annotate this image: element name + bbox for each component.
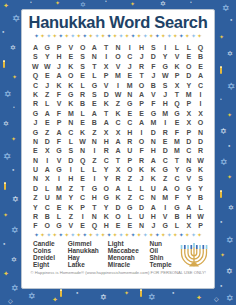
grid-cell[interactable]: R [30,99,42,108]
grid-cell[interactable]: O [41,221,53,230]
grid-cell[interactable]: N [30,174,42,183]
grid-cell[interactable]: G [171,109,183,118]
grid-cell[interactable]: H [147,146,159,155]
grid-cell[interactable]: E [77,221,89,230]
grid-cell[interactable]: W [41,62,53,71]
grid-cell[interactable]: A [183,203,195,212]
grid-cell[interactable]: L [171,221,183,230]
grid-cell[interactable]: P [136,99,148,108]
grid-cell[interactable]: B [41,212,53,221]
grid-cell[interactable]: F [147,62,159,71]
grid-cell[interactable]: W [112,90,124,99]
grid-cell[interactable]: A [112,184,124,193]
grid-cell[interactable]: F [171,128,183,137]
grid-cell[interactable]: B [171,212,183,221]
grid-cell[interactable]: G [30,109,42,118]
grid-cell[interactable]: E [77,118,89,127]
grid-cell[interactable]: C [124,118,136,127]
grid-cell[interactable]: D [183,137,195,146]
grid-cell[interactable]: Z [65,184,77,193]
grid-cell[interactable]: K [147,165,159,174]
grid-cell[interactable]: C [77,193,89,202]
grid-cell[interactable]: K [65,203,77,212]
grid-cell[interactable]: A [112,146,124,155]
grid-cell[interactable]: K [100,99,112,108]
grid-cell[interactable]: X [183,109,195,118]
grid-cell[interactable]: I [65,165,77,174]
grid-cell[interactable]: Y [159,52,171,61]
grid-cell[interactable]: Q [77,156,89,165]
grid-cell[interactable]: I [100,52,112,61]
grid-cell[interactable]: V [53,99,65,108]
grid-cell[interactable]: R [124,137,136,146]
grid-cell[interactable]: J [124,62,136,71]
grid-cell[interactable]: V [171,52,183,61]
grid-cell[interactable]: C [124,52,136,61]
grid-cell[interactable]: W [195,212,207,221]
grid-cell[interactable]: O [112,52,124,61]
grid-cell[interactable]: U [136,212,148,221]
grid-cell[interactable]: F [30,221,42,230]
grid-cell[interactable]: M [159,193,171,202]
grid-cell[interactable]: K [100,212,112,221]
grid-cell[interactable]: X [171,81,183,90]
grid-cell[interactable]: D [112,203,124,212]
grid-cell[interactable]: E [124,109,136,118]
grid-cell[interactable]: O [112,212,124,221]
grid-cell[interactable]: I [159,43,171,52]
grid-cell[interactable]: P [171,71,183,80]
grid-cell[interactable]: Z [112,99,124,108]
grid-cell[interactable]: C [112,118,124,127]
grid-cell[interactable]: I [112,81,124,90]
grid-cell[interactable]: D [100,90,112,99]
grid-cell[interactable]: S [147,43,159,52]
grid-cell[interactable]: I [195,99,207,108]
grid-cell[interactable]: C [136,193,148,202]
grid-cell[interactable]: G [147,109,159,118]
grid-cell[interactable]: L [195,203,207,212]
grid-cell[interactable]: H [159,99,171,108]
grid-cell[interactable]: B [195,193,207,202]
grid-cell[interactable]: I [41,156,53,165]
grid-cell[interactable]: V [183,174,195,183]
grid-cell[interactable]: K [171,62,183,71]
grid-cell[interactable]: R [136,156,148,165]
grid-cell[interactable]: Z [30,193,42,202]
grid-cell[interactable]: S [77,52,89,61]
grid-cell[interactable]: J [147,71,159,80]
grid-cell[interactable]: P [124,156,136,165]
grid-cell[interactable]: S [65,146,77,155]
grid-cell[interactable]: X [41,146,53,155]
grid-cell[interactable]: Z [159,174,171,183]
grid-cell[interactable]: M [183,90,195,99]
grid-cell[interactable]: J [30,118,42,127]
grid-cell[interactable]: U [147,184,159,193]
grid-cell[interactable]: E [77,174,89,183]
grid-cell[interactable]: G [53,221,65,230]
grid-cell[interactable]: H [136,43,148,52]
grid-cell[interactable]: A [195,71,207,80]
grid-cell[interactable]: D [147,52,159,61]
grid-cell[interactable]: Y [100,165,112,174]
grid-cell[interactable]: R [100,146,112,155]
grid-cell[interactable]: S [195,174,207,183]
grid-cell[interactable]: P [183,99,195,108]
grid-cell[interactable]: F [136,146,148,155]
grid-cell[interactable]: R [195,146,207,155]
grid-cell[interactable]: F [53,109,65,118]
grid-cell[interactable]: X [112,128,124,137]
grid-cell[interactable]: U [30,165,42,174]
grid-cell[interactable]: V [112,62,124,71]
grid-cell[interactable]: K [53,81,65,90]
grid-cell[interactable]: O [183,62,195,71]
grid-cell[interactable]: E [124,71,136,80]
grid-cell[interactable]: G [183,165,195,174]
grid-cell[interactable]: Q [30,71,42,80]
grid-cell[interactable]: V [53,156,65,165]
grid-cell[interactable]: G [89,81,101,90]
grid-cell[interactable]: Z [65,212,77,221]
grid-cell[interactable]: V [159,212,171,221]
grid-cell[interactable]: N [147,193,159,202]
grid-cell[interactable]: N [89,212,101,221]
grid-cell[interactable]: H [124,128,136,137]
grid-cell[interactable]: N [30,137,42,146]
grid-cell[interactable]: D [147,128,159,137]
grid-cell[interactable]: I [159,118,171,127]
grid-cell[interactable]: M [53,184,65,193]
grid-cell[interactable]: I [195,90,207,99]
grid-cell[interactable]: G [171,203,183,212]
grid-cell[interactable]: Y [171,165,183,174]
grid-cell[interactable]: H [89,193,101,202]
grid-cell[interactable]: S [30,52,42,61]
grid-cell[interactable]: O [77,43,89,52]
grid-cell[interactable]: I [77,212,89,221]
grid-cell[interactable]: A [136,118,148,127]
grid-cell[interactable]: A [89,43,101,52]
grid-cell[interactable]: T [89,62,101,71]
grid-cell[interactable]: Y [100,174,112,183]
grid-cell[interactable]: A [41,165,53,174]
grid-cell[interactable]: Q [171,99,183,108]
grid-cell[interactable]: C [41,203,53,212]
grid-cell[interactable]: V [65,221,77,230]
grid-cell[interactable]: A [53,128,65,137]
grid-cell[interactable]: G [30,128,42,137]
grid-cell[interactable]: Q [195,43,207,52]
grid-cell[interactable]: G [159,62,171,71]
grid-cell[interactable]: L [53,212,65,221]
grid-cell[interactable]: N [65,118,77,127]
grid-cell[interactable]: H [147,212,159,221]
grid-cell[interactable]: G [41,43,53,52]
grid-cell[interactable]: X [100,128,112,137]
grid-cell[interactable]: S [77,62,89,71]
grid-cell[interactable]: U [41,193,53,202]
grid-cell[interactable]: O [124,165,136,174]
grid-cell[interactable]: L [77,81,89,90]
grid-cell[interactable]: A [136,90,148,99]
grid-cell[interactable]: Z [89,128,101,137]
grid-cell[interactable]: G [89,184,101,193]
grid-cell[interactable]: A [30,43,42,52]
grid-cell[interactable]: A [112,137,124,146]
grid-cell[interactable]: L [89,71,101,80]
grid-cell[interactable]: U [124,146,136,155]
grid-cell[interactable]: M [171,146,183,155]
grid-cell[interactable]: Y [65,193,77,202]
grid-cell[interactable]: R [112,174,124,183]
grid-cell[interactable]: P [100,71,112,80]
grid-cell[interactable]: F [147,99,159,108]
grid-cell[interactable]: X [183,221,195,230]
grid-cell[interactable]: K [195,165,207,174]
grid-cell[interactable]: N [183,156,195,165]
grid-cell[interactable]: K [136,165,148,174]
grid-cell[interactable]: L [77,165,89,174]
grid-cell[interactable]: N [147,137,159,146]
grid-cell[interactable]: A [53,71,65,80]
grid-cell[interactable]: W [195,156,207,165]
grid-cell[interactable]: Z [41,128,53,137]
grid-cell[interactable]: J [147,221,159,230]
grid-cell[interactable]: L [183,43,195,52]
grid-cell[interactable]: Y [41,52,53,61]
grid-cell[interactable]: W [77,137,89,146]
grid-cell[interactable]: L [65,137,77,146]
grid-cell[interactable]: K [65,62,77,71]
grid-cell[interactable]: X [112,165,124,174]
grid-cell[interactable]: C [171,174,183,183]
grid-cell[interactable]: E [171,118,183,127]
grid-cell[interactable]: O [136,137,148,146]
grid-cell[interactable]: D [65,156,77,165]
grid-cell[interactable]: P [53,43,65,52]
grid-cell[interactable]: Z [124,174,136,183]
grid-cell[interactable]: L [124,184,136,193]
grid-cell[interactable]: B [77,99,89,108]
grid-cell[interactable]: A [159,184,171,193]
grid-cell[interactable]: Y [100,203,112,212]
grid-cell[interactable]: L [124,212,136,221]
grid-cell[interactable]: K [65,81,77,90]
grid-cell[interactable]: H [183,212,195,221]
grid-cell[interactable]: B [195,52,207,61]
grid-cell[interactable]: G [53,146,65,155]
grid-cell[interactable]: K [77,128,89,137]
grid-cell[interactable]: E [112,221,124,230]
grid-cell[interactable]: N [124,90,136,99]
grid-cell[interactable]: F [53,90,65,99]
grid-cell[interactable]: N [195,128,207,137]
grid-cell[interactable]: D [136,203,148,212]
grid-cell[interactable]: R [30,212,42,221]
grid-cell[interactable]: D [30,184,42,193]
grid-cell[interactable]: M [147,118,159,127]
grid-cell[interactable]: K [112,193,124,202]
grid-cell[interactable]: D [41,137,53,146]
grid-cell[interactable]: B [89,118,101,127]
grid-cell[interactable]: O [195,118,207,127]
grid-cell[interactable]: N [77,146,89,155]
grid-cell[interactable]: L [41,184,53,193]
grid-cell[interactable]: M [159,109,171,118]
grid-cell[interactable]: K [65,99,77,108]
grid-cell[interactable]: R [136,62,148,71]
grid-cell[interactable]: X [41,174,53,183]
grid-cell[interactable]: K [30,90,42,99]
grid-cell[interactable]: X [195,109,207,118]
grid-cell[interactable]: F [53,137,65,146]
grid-cell[interactable]: E [65,52,77,61]
word-search-grid[interactable]: AGPVOATNIHSILLQSYHESNIOCJDYVEBWWJKSTXVJR… [30,43,207,231]
grid-cell[interactable]: T [171,90,183,99]
grid-cell[interactable]: L [171,43,183,52]
grid-cell[interactable]: D [183,71,195,80]
grid-cell[interactable]: G [65,90,77,99]
grid-cell[interactable]: Z [89,156,101,165]
grid-cell[interactable]: X [100,62,112,71]
grid-cell[interactable]: N [136,221,148,230]
grid-cell[interactable]: E [41,118,53,127]
grid-cell[interactable]: A [100,118,112,127]
grid-cell[interactable]: C [159,156,171,165]
grid-cell[interactable]: M [53,193,65,202]
grid-cell[interactable]: K [147,174,159,183]
grid-cell[interactable]: I [89,146,101,155]
grid-cell[interactable]: I [124,43,136,52]
grid-cell[interactable]: E [124,221,136,230]
grid-cell[interactable]: G [100,193,112,202]
grid-cell[interactable]: G [53,165,65,174]
grid-cell[interactable]: D [159,146,171,155]
grid-cell[interactable]: J [159,90,171,99]
grid-cell[interactable]: T [171,156,183,165]
grid-cell[interactable]: J [53,62,65,71]
grid-cell[interactable]: V [100,81,112,90]
grid-cell[interactable]: O [136,81,148,90]
grid-cell[interactable]: A [41,109,53,118]
grid-cell[interactable]: C [195,81,207,90]
grid-cell[interactable]: V [147,90,159,99]
grid-cell[interactable]: C [65,128,77,137]
grid-cell[interactable]: E [159,137,171,146]
grid-cell[interactable]: E [195,62,207,71]
grid-cell[interactable]: Y [30,203,42,212]
grid-cell[interactable]: I [53,174,65,183]
grid-cell[interactable]: R [77,90,89,99]
grid-cell[interactable]: E [41,71,53,80]
grid-cell[interactable]: A [147,203,159,212]
grid-cell[interactable]: P [77,203,89,212]
grid-cell[interactable]: T [100,109,112,118]
grid-cell[interactable]: Y [183,81,195,90]
grid-cell[interactable]: G [159,221,171,230]
grid-cell[interactable]: G [159,165,171,174]
grid-cell[interactable]: T [77,184,89,193]
grid-cell[interactable]: L [89,165,101,174]
grid-cell[interactable]: O [100,184,112,193]
grid-cell[interactable]: L [77,109,89,118]
grid-cell[interactable]: H [100,221,112,230]
grid-cell[interactable]: G [183,184,195,193]
grid-cell[interactable]: C [30,81,42,90]
grid-cell[interactable]: Q [89,221,101,230]
grid-cell[interactable]: O [65,71,77,80]
grid-cell[interactable]: M [171,137,183,146]
grid-cell[interactable]: A [147,156,159,165]
grid-cell[interactable]: N [89,52,101,61]
grid-cell[interactable]: A [89,109,101,118]
grid-cell[interactable]: H [100,137,112,146]
grid-cell[interactable]: C [183,146,195,155]
grid-cell[interactable]: F [171,193,183,202]
grid-cell[interactable]: J [136,174,148,183]
grid-cell[interactable]: L [136,184,148,193]
grid-cell[interactable]: I [89,174,101,183]
grid-cell[interactable]: T [136,71,148,80]
grid-cell[interactable]: E [136,109,148,118]
grid-cell[interactable]: E [30,146,42,155]
grid-cell[interactable]: E [89,99,101,108]
grid-cell[interactable]: K [112,109,124,118]
grid-cell[interactable]: E [53,203,65,212]
grid-cell[interactable]: Y [195,184,207,193]
grid-cell[interactable]: H [65,174,77,183]
grid-cell[interactable]: H [53,52,65,61]
grid-cell[interactable]: T [100,43,112,52]
grid-cell[interactable]: C [100,156,112,165]
grid-cell[interactable]: B [147,81,159,90]
grid-cell[interactable]: J [136,52,148,61]
grid-cell[interactable]: N [89,137,101,146]
grid-cell[interactable]: M [65,109,77,118]
grid-cell[interactable]: X [183,118,195,127]
grid-cell[interactable]: O [171,184,183,193]
grid-cell[interactable]: G [124,203,136,212]
grid-cell[interactable]: Z [41,90,53,99]
grid-cell[interactable]: I [136,128,148,137]
grid-cell[interactable]: S [159,81,171,90]
grid-cell[interactable]: T [89,203,101,212]
grid-cell[interactable]: W [30,62,42,71]
grid-cell[interactable]: L [41,99,53,108]
grid-cell[interactable]: I [159,203,171,212]
grid-cell[interactable]: P [195,221,207,230]
grid-cell[interactable]: J [41,81,53,90]
grid-cell[interactable]: Z [124,193,136,202]
grid-cell[interactable]: S [89,90,101,99]
grid-cell[interactable]: P [183,128,195,137]
grid-cell[interactable]: E [77,71,89,80]
grid-cell[interactable]: G [124,99,136,108]
grid-cell[interactable]: V [65,43,77,52]
grid-cell[interactable]: N [30,156,42,165]
grid-cell[interactable]: M [124,81,136,90]
grid-cell[interactable]: M [112,71,124,80]
grid-cell[interactable]: E [183,52,195,61]
grid-cell[interactable]: P [53,118,65,127]
grid-cell[interactable]: D [195,137,207,146]
grid-cell[interactable]: W [159,71,171,80]
grid-cell[interactable]: N [112,43,124,52]
grid-cell[interactable]: T [112,156,124,165]
grid-cell[interactable]: Y [183,193,195,202]
